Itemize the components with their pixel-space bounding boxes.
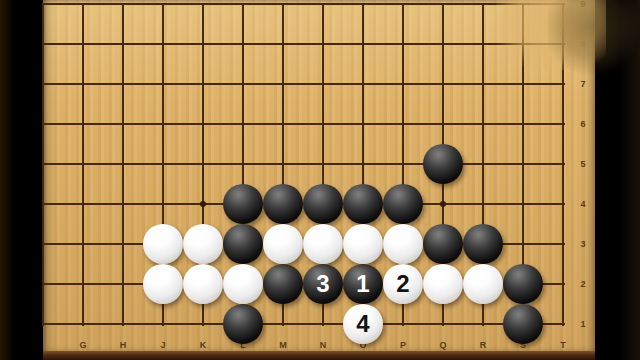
white-stone-K2 xyxy=(183,264,223,304)
black-stone-O2: 1 xyxy=(343,264,383,304)
move-number-1: 1 xyxy=(356,272,369,296)
black-stone-P4 xyxy=(383,184,423,224)
white-stone-P3 xyxy=(383,224,423,264)
white-stone-J2 xyxy=(143,264,183,304)
pillarbox-right-bar xyxy=(595,0,640,360)
white-stone-R2 xyxy=(463,264,503,304)
white-stone-O1: 4 xyxy=(343,304,383,344)
white-stone-J3 xyxy=(143,224,183,264)
black-stone-L1 xyxy=(223,304,263,344)
black-stone-M4 xyxy=(263,184,303,224)
move-number-3: 3 xyxy=(316,272,329,296)
black-stone-Q5 xyxy=(423,144,463,184)
white-stone-Q2 xyxy=(423,264,463,304)
white-stone-K3 xyxy=(183,224,223,264)
black-stone-L3 xyxy=(223,224,263,264)
white-stone-M3 xyxy=(263,224,303,264)
white-stone-P2: 2 xyxy=(383,264,423,304)
white-stone-L2 xyxy=(223,264,263,304)
move-number-2: 2 xyxy=(396,272,409,296)
black-stone-N2: 3 xyxy=(303,264,343,304)
move-number-4: 4 xyxy=(356,312,369,336)
black-stone-S2 xyxy=(503,264,543,304)
black-stone-O4 xyxy=(343,184,383,224)
white-stone-N3 xyxy=(303,224,343,264)
go-board[interactable]: GHJKLMNOPQRST987654321 3124 xyxy=(43,0,595,360)
white-stone-O3 xyxy=(343,224,383,264)
black-stone-Q3 xyxy=(423,224,463,264)
black-stone-M2 xyxy=(263,264,303,304)
black-stone-S1 xyxy=(503,304,543,344)
black-stone-N4 xyxy=(303,184,343,224)
stones-layer: 3124 xyxy=(23,0,583,344)
black-stone-R3 xyxy=(463,224,503,264)
video-frame: GHJKLMNOPQRST987654321 3124 xyxy=(0,0,640,360)
black-stone-L4 xyxy=(223,184,263,224)
board-bottom-edge xyxy=(43,351,595,360)
